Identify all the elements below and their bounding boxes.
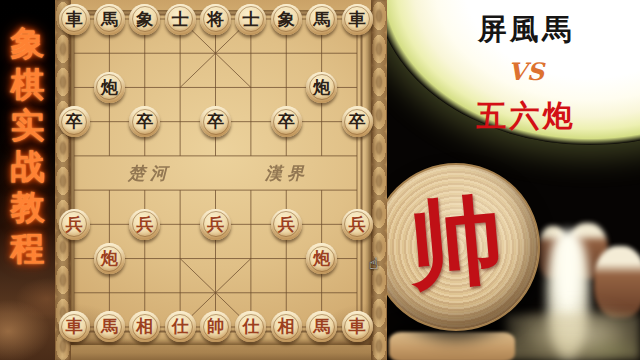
general-showpiece: 帅 bbox=[372, 163, 540, 331]
piece-black-象[interactable]: 象 bbox=[271, 4, 302, 35]
piece-red-馬[interactable]: 馬 bbox=[94, 311, 125, 342]
piece-glyph: 馬 bbox=[101, 11, 118, 28]
banner-char: 象 bbox=[11, 23, 45, 64]
piece-glyph: 卒 bbox=[349, 113, 366, 130]
general-glyph: 帅 bbox=[403, 176, 509, 312]
piece-glyph: 兵 bbox=[349, 216, 366, 233]
piece-red-仕[interactable]: 仕 bbox=[165, 311, 196, 342]
piece-black-士[interactable]: 士 bbox=[235, 4, 266, 35]
piece-glyph: 馬 bbox=[101, 318, 118, 335]
piece-black-卒[interactable]: 卒 bbox=[271, 106, 302, 137]
piece-red-相[interactable]: 相 bbox=[271, 311, 302, 342]
vs-label: VS bbox=[442, 57, 610, 86]
piece-red-兵[interactable]: 兵 bbox=[129, 209, 160, 240]
piece-glyph: 車 bbox=[66, 11, 83, 28]
piece-black-象[interactable]: 象 bbox=[129, 4, 160, 35]
piece-red-馬[interactable]: 馬 bbox=[306, 311, 337, 342]
piece-glyph: 車 bbox=[66, 318, 83, 335]
piece-red-帥[interactable]: 帥 bbox=[200, 311, 231, 342]
piece-black-炮[interactable]: 炮 bbox=[94, 72, 125, 103]
piece-glyph: 仕 bbox=[172, 318, 189, 335]
opening-title: 屏風馬 VS 五六炮 bbox=[442, 10, 610, 137]
piece-black-炮[interactable]: 炮 bbox=[306, 72, 337, 103]
piece-glyph: 兵 bbox=[207, 216, 224, 233]
banner-char: 程 bbox=[11, 228, 45, 269]
piece-glyph: 将 bbox=[207, 11, 224, 28]
piece-glyph: 卒 bbox=[66, 113, 83, 130]
piece-black-車[interactable]: 車 bbox=[59, 4, 90, 35]
piece-black-卒[interactable]: 卒 bbox=[129, 106, 160, 137]
lying-piece-edge bbox=[389, 332, 515, 360]
piece-red-兵[interactable]: 兵 bbox=[200, 209, 231, 240]
piece-black-将[interactable]: 将 bbox=[200, 4, 231, 35]
piece-glyph: 卒 bbox=[278, 113, 295, 130]
piece-glyph: 車 bbox=[349, 318, 366, 335]
piece-glyph: 兵 bbox=[136, 216, 153, 233]
piece-glyph: 仕 bbox=[242, 318, 259, 335]
piece-glyph: 相 bbox=[136, 318, 153, 335]
piece-glyph: 馬 bbox=[313, 11, 330, 28]
banner-char: 教 bbox=[11, 187, 45, 228]
table-surface bbox=[505, 314, 640, 360]
banner-title-vertical: 象棋实战教程 bbox=[0, 23, 55, 269]
piece-glyph: 兵 bbox=[66, 216, 83, 233]
banner-char: 棋 bbox=[11, 64, 45, 105]
opening-black-name: 屏風馬 bbox=[442, 10, 610, 50]
piece-glyph: 車 bbox=[349, 11, 366, 28]
video-frame: 屏風馬 VS 五六炮 帅 楚河 漢界 車馬象士将士象馬車炮炮卒卒卒卒卒兵兵兵兵兵… bbox=[0, 0, 640, 360]
piece-glyph: 炮 bbox=[313, 250, 330, 267]
piece-black-車[interactable]: 車 bbox=[342, 4, 373, 35]
right-panel: 屏風馬 VS 五六炮 帅 bbox=[387, 0, 640, 360]
piece-red-炮[interactable]: 炮 bbox=[94, 243, 125, 274]
piece-glyph: 兵 bbox=[278, 216, 295, 233]
piece-black-馬[interactable]: 馬 bbox=[94, 4, 125, 35]
mouse-pointer-icon: ☝ bbox=[369, 254, 379, 273]
piece-red-車[interactable]: 車 bbox=[59, 311, 90, 342]
left-banner: 象棋实战教程 bbox=[0, 0, 55, 360]
piece-glyph: 帥 bbox=[207, 318, 224, 335]
teacup-icon bbox=[594, 246, 640, 318]
piece-black-卒[interactable]: 卒 bbox=[59, 106, 90, 137]
piece-glyph: 士 bbox=[172, 11, 189, 28]
piece-black-卒[interactable]: 卒 bbox=[200, 106, 231, 137]
piece-glyph: 炮 bbox=[101, 79, 118, 96]
piece-glyph: 炮 bbox=[101, 250, 118, 267]
piece-glyph: 馬 bbox=[313, 318, 330, 335]
banner-char: 实 bbox=[11, 105, 45, 146]
piece-glyph: 卒 bbox=[136, 113, 153, 130]
piece-red-炮[interactable]: 炮 bbox=[306, 243, 337, 274]
piece-glyph: 相 bbox=[278, 318, 295, 335]
banner-char: 战 bbox=[11, 146, 45, 187]
piece-glyph: 炮 bbox=[313, 79, 330, 96]
piece-glyph: 卒 bbox=[207, 113, 224, 130]
piece-black-士[interactable]: 士 bbox=[165, 4, 196, 35]
piece-red-車[interactable]: 車 bbox=[342, 311, 373, 342]
piece-red-相[interactable]: 相 bbox=[129, 311, 160, 342]
piece-red-仕[interactable]: 仕 bbox=[235, 311, 266, 342]
pieces-layer: 車馬象士将士象馬車炮炮卒卒卒卒卒兵兵兵兵兵炮炮車馬相仕帥仕相馬車 bbox=[55, 0, 387, 360]
piece-black-馬[interactable]: 馬 bbox=[306, 4, 337, 35]
piece-red-兵[interactable]: 兵 bbox=[59, 209, 90, 240]
piece-black-卒[interactable]: 卒 bbox=[342, 106, 373, 137]
piece-glyph: 象 bbox=[136, 11, 153, 28]
xiangqi-board[interactable]: 楚河 漢界 車馬象士将士象馬車炮炮卒卒卒卒卒兵兵兵兵兵炮炮車馬相仕帥仕相馬車 ☝ bbox=[55, 0, 387, 360]
opening-red-name: 五六炮 bbox=[442, 96, 610, 137]
piece-red-兵[interactable]: 兵 bbox=[342, 209, 373, 240]
piece-glyph: 士 bbox=[242, 11, 259, 28]
piece-red-兵[interactable]: 兵 bbox=[271, 209, 302, 240]
piece-glyph: 象 bbox=[278, 11, 295, 28]
